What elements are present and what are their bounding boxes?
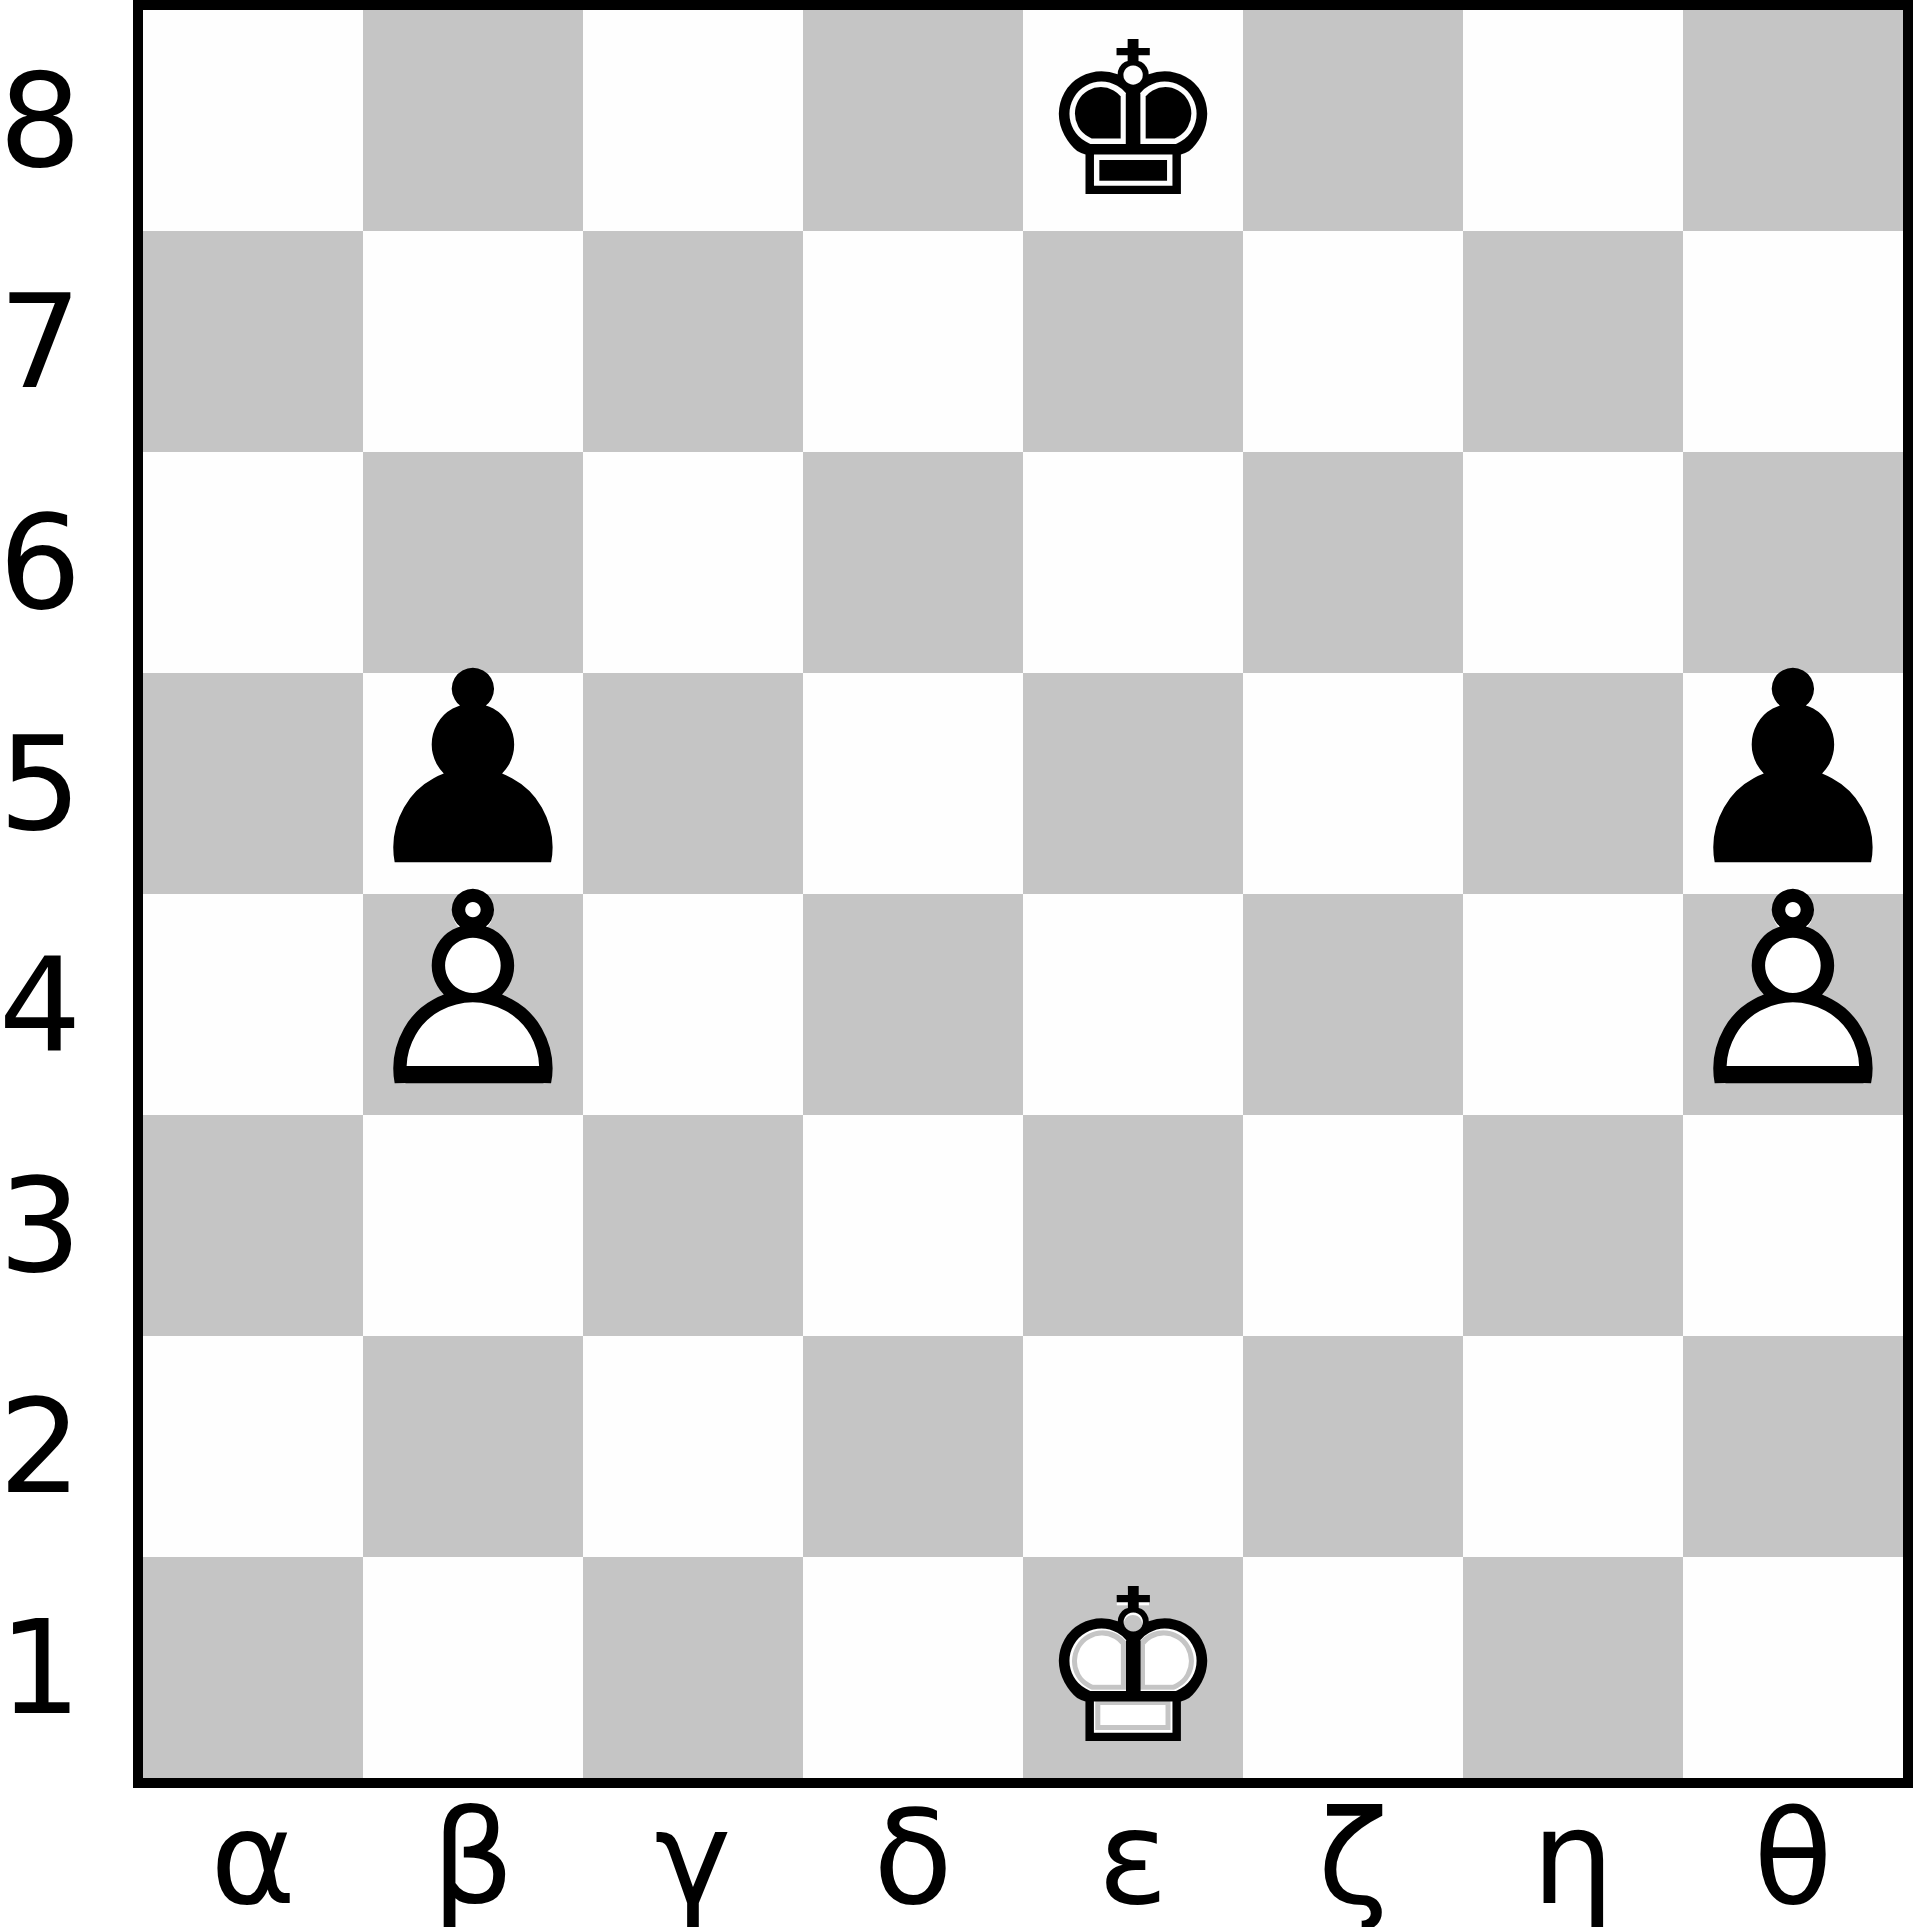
file-label-f: ζ bbox=[1243, 1788, 1463, 1927]
square-g6 bbox=[1463, 452, 1683, 673]
square-h3 bbox=[1683, 1115, 1903, 1336]
black-king-glyph: ♚ bbox=[1023, 10, 1243, 231]
square-c3 bbox=[583, 1115, 803, 1336]
square-a5 bbox=[143, 673, 363, 894]
rank-label-3: 3 bbox=[0, 1115, 80, 1336]
square-f3 bbox=[1243, 1115, 1463, 1336]
square-h2 bbox=[1683, 1336, 1903, 1557]
square-b8 bbox=[363, 10, 583, 231]
file-label-e: ε bbox=[1023, 1788, 1243, 1927]
square-f6 bbox=[1243, 452, 1463, 673]
file-label-h: θ bbox=[1683, 1788, 1903, 1927]
square-a6 bbox=[143, 452, 363, 673]
square-d6 bbox=[803, 452, 1023, 673]
square-d2 bbox=[803, 1336, 1023, 1557]
square-g2 bbox=[1463, 1336, 1683, 1557]
square-b3 bbox=[363, 1115, 583, 1336]
square-f1 bbox=[1243, 1557, 1463, 1778]
file-label-c: γ bbox=[583, 1788, 803, 1927]
square-d3 bbox=[803, 1115, 1023, 1336]
board-grid: ♚♟♟♟♙♟♙♚♔ bbox=[143, 10, 1903, 1778]
square-g5 bbox=[1463, 673, 1683, 894]
white-pawn: ♟♙ bbox=[1683, 894, 1903, 1115]
square-b7 bbox=[363, 231, 583, 452]
square-f7 bbox=[1243, 231, 1463, 452]
square-a8 bbox=[143, 10, 363, 231]
rank-label-6: 6 bbox=[0, 452, 80, 673]
square-f4 bbox=[1243, 894, 1463, 1115]
square-d5 bbox=[803, 673, 1023, 894]
white-king: ♚♔ bbox=[1023, 1557, 1243, 1778]
square-h8 bbox=[1683, 10, 1903, 231]
square-g8 bbox=[1463, 10, 1683, 231]
square-a1 bbox=[143, 1557, 363, 1778]
square-c8 bbox=[583, 10, 803, 231]
square-e5 bbox=[1023, 673, 1243, 894]
square-d7 bbox=[803, 231, 1023, 452]
white-king-outline: ♔ bbox=[1023, 1557, 1243, 1778]
square-c4 bbox=[583, 894, 803, 1115]
square-c6 bbox=[583, 452, 803, 673]
black-king: ♚ bbox=[1023, 10, 1243, 231]
square-d8 bbox=[803, 10, 1023, 231]
square-b1 bbox=[363, 1557, 583, 1778]
white-pawn-outline: ♙ bbox=[1683, 880, 1903, 1101]
square-c5 bbox=[583, 673, 803, 894]
rank-label-1: 1 bbox=[0, 1557, 80, 1778]
square-e3 bbox=[1023, 1115, 1243, 1336]
square-e6 bbox=[1023, 452, 1243, 673]
square-f5 bbox=[1243, 673, 1463, 894]
square-a3 bbox=[143, 1115, 363, 1336]
square-f8 bbox=[1243, 10, 1463, 231]
square-a2 bbox=[143, 1336, 363, 1557]
square-d4 bbox=[803, 894, 1023, 1115]
square-e4 bbox=[1023, 894, 1243, 1115]
square-g1 bbox=[1463, 1557, 1683, 1778]
rank-label-2: 2 bbox=[0, 1336, 80, 1557]
square-g4 bbox=[1463, 894, 1683, 1115]
rank-label-7: 7 bbox=[0, 231, 80, 452]
square-a4 bbox=[143, 894, 363, 1115]
white-pawn-outline: ♙ bbox=[363, 880, 583, 1101]
square-h1 bbox=[1683, 1557, 1903, 1778]
chess-diagram-page: { "game": "chess", "diagram_type": "stat… bbox=[0, 0, 1920, 1927]
square-g7 bbox=[1463, 231, 1683, 452]
square-e1: ♚♔ bbox=[1023, 1557, 1243, 1778]
white-pawn: ♟♙ bbox=[363, 894, 583, 1115]
square-g3 bbox=[1463, 1115, 1683, 1336]
square-e7 bbox=[1023, 231, 1243, 452]
square-c2 bbox=[583, 1336, 803, 1557]
square-h4: ♟♙ bbox=[1683, 894, 1903, 1115]
chess-board: ♚♟♟♟♙♟♙♚♔ bbox=[133, 0, 1913, 1788]
file-label-a: α bbox=[143, 1788, 363, 1927]
rank-label-4: 4 bbox=[0, 894, 80, 1115]
square-b2 bbox=[363, 1336, 583, 1557]
square-h7 bbox=[1683, 231, 1903, 452]
square-a7 bbox=[143, 231, 363, 452]
square-f2 bbox=[1243, 1336, 1463, 1557]
file-label-d: δ bbox=[803, 1788, 1023, 1927]
square-c1 bbox=[583, 1557, 803, 1778]
square-c7 bbox=[583, 231, 803, 452]
file-label-g: η bbox=[1463, 1788, 1683, 1927]
rank-label-8: 8 bbox=[0, 10, 80, 231]
file-label-b: β bbox=[363, 1788, 583, 1927]
square-d1 bbox=[803, 1557, 1023, 1778]
square-e2 bbox=[1023, 1336, 1243, 1557]
square-e8: ♚ bbox=[1023, 10, 1243, 231]
square-b4: ♟♙ bbox=[363, 894, 583, 1115]
rank-label-5: 5 bbox=[0, 673, 80, 894]
